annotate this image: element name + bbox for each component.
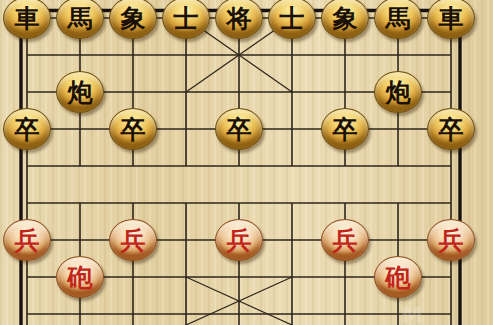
- board-point-e5[interactable]: [213, 185, 266, 222]
- board-point-a6[interactable]: 兵: [1, 222, 54, 259]
- piece-black-soldier[interactable]: 卒: [3, 108, 51, 150]
- piece-black-cannon[interactable]: 炮: [374, 71, 422, 113]
- board-point-e7[interactable]: [213, 259, 266, 296]
- board-point-h3[interactable]: [372, 111, 425, 148]
- board-point-g7[interactable]: [319, 259, 372, 296]
- board-point-b1[interactable]: [54, 37, 107, 74]
- board-point-e1[interactable]: [213, 37, 266, 74]
- board-point-c4[interactable]: [107, 148, 160, 185]
- board-point-c8[interactable]: [107, 296, 160, 325]
- board-point-f2[interactable]: [266, 74, 319, 111]
- board-point-d8[interactable]: [160, 296, 213, 325]
- board-point-h5[interactable]: [372, 185, 425, 222]
- board-point-e3[interactable]: 卒: [213, 111, 266, 148]
- board-point-f1[interactable]: [266, 37, 319, 74]
- piece-black-advisor[interactable]: 士: [162, 0, 210, 39]
- piece-black-soldier[interactable]: 卒: [109, 108, 157, 150]
- board-point-h7[interactable]: 砲: [372, 259, 425, 296]
- board-point-a7[interactable]: [1, 259, 54, 296]
- board-point-i2[interactable]: [425, 74, 478, 111]
- piece-red-soldier[interactable]: 兵: [321, 219, 369, 261]
- board-point-b5[interactable]: [54, 185, 107, 222]
- board-point-g4[interactable]: [319, 148, 372, 185]
- board-point-a2[interactable]: [1, 74, 54, 111]
- board-point-d1[interactable]: [160, 37, 213, 74]
- board-point-b7[interactable]: 砲: [54, 259, 107, 296]
- board-point-b0[interactable]: 馬: [54, 0, 107, 37]
- board-point-b3[interactable]: [54, 111, 107, 148]
- piece-black-soldier[interactable]: 卒: [321, 108, 369, 150]
- board-point-i8[interactable]: [425, 296, 478, 325]
- board-point-b6[interactable]: [54, 222, 107, 259]
- board-point-h6[interactable]: [372, 222, 425, 259]
- board-point-f5[interactable]: [266, 185, 319, 222]
- board-point-g2[interactable]: [319, 74, 372, 111]
- board-point-a1[interactable]: [1, 37, 54, 74]
- board-point-c0[interactable]: 象: [107, 0, 160, 37]
- piece-black-chariot[interactable]: 車: [427, 0, 475, 39]
- board-point-g8[interactable]: [319, 296, 372, 325]
- board-point-i1[interactable]: [425, 37, 478, 74]
- board-point-f8[interactable]: [266, 296, 319, 325]
- board-point-e4[interactable]: [213, 148, 266, 185]
- board-point-f3[interactable]: [266, 111, 319, 148]
- board-point-d5[interactable]: [160, 185, 213, 222]
- board-point-a4[interactable]: [1, 148, 54, 185]
- board-point-d0[interactable]: 士: [160, 0, 213, 37]
- board-point-a8[interactable]: [1, 296, 54, 325]
- piece-black-soldier[interactable]: 卒: [427, 108, 475, 150]
- board-point-g3[interactable]: 卒: [319, 111, 372, 148]
- board-point-i4[interactable]: [425, 148, 478, 185]
- board-point-c1[interactable]: [107, 37, 160, 74]
- board-point-c3[interactable]: 卒: [107, 111, 160, 148]
- board-point-g6[interactable]: 兵: [319, 222, 372, 259]
- board-point-a5[interactable]: [1, 185, 54, 222]
- board-point-f4[interactable]: [266, 148, 319, 185]
- piece-black-elephant[interactable]: 象: [321, 0, 369, 39]
- piece-red-soldier[interactable]: 兵: [215, 219, 263, 261]
- board-point-d7[interactable]: [160, 259, 213, 296]
- board-point-d6[interactable]: [160, 222, 213, 259]
- piece-black-elephant[interactable]: 象: [109, 0, 157, 39]
- board-point-g1[interactable]: [319, 37, 372, 74]
- board-point-c5[interactable]: [107, 185, 160, 222]
- board-point-g0[interactable]: 象: [319, 0, 372, 37]
- board-point-c6[interactable]: 兵: [107, 222, 160, 259]
- board-point-b4[interactable]: [54, 148, 107, 185]
- board-point-i3[interactable]: 卒: [425, 111, 478, 148]
- board-point-a3[interactable]: 卒: [1, 111, 54, 148]
- board-point-h4[interactable]: [372, 148, 425, 185]
- xiangqi-board: 車馬象士将士象馬車炮炮卒卒卒卒卒兵兵兵兵兵砲砲 M: [0, 0, 493, 325]
- piece-red-cannon[interactable]: 砲: [374, 256, 422, 298]
- board-point-h8[interactable]: [372, 296, 425, 325]
- piece-black-horse[interactable]: 馬: [56, 0, 104, 39]
- board-point-f7[interactable]: [266, 259, 319, 296]
- board-point-e8[interactable]: [213, 296, 266, 325]
- board-point-h1[interactable]: [372, 37, 425, 74]
- piece-black-chariot[interactable]: 車: [3, 0, 51, 39]
- board-point-b2[interactable]: 炮: [54, 74, 107, 111]
- board-point-d4[interactable]: [160, 148, 213, 185]
- board-point-c2[interactable]: [107, 74, 160, 111]
- board-point-f6[interactable]: [266, 222, 319, 259]
- board-point-c7[interactable]: [107, 259, 160, 296]
- board-point-f0[interactable]: 士: [266, 0, 319, 37]
- board-point-g5[interactable]: [319, 185, 372, 222]
- piece-black-horse[interactable]: 馬: [374, 0, 422, 39]
- piece-red-soldier[interactable]: 兵: [3, 219, 51, 261]
- board-point-i7[interactable]: [425, 259, 478, 296]
- board-point-i6[interactable]: 兵: [425, 222, 478, 259]
- piece-black-soldier[interactable]: 卒: [215, 108, 263, 150]
- board-point-i0[interactable]: 車: [425, 0, 478, 37]
- board-point-e0[interactable]: 将: [213, 0, 266, 37]
- piece-red-soldier[interactable]: 兵: [427, 219, 475, 261]
- board-point-e6[interactable]: 兵: [213, 222, 266, 259]
- piece-black-general[interactable]: 将: [215, 0, 263, 39]
- board-point-e2[interactable]: [213, 74, 266, 111]
- board-point-h2[interactable]: 炮: [372, 74, 425, 111]
- board-point-h0[interactable]: 馬: [372, 0, 425, 37]
- board-point-d2[interactable]: [160, 74, 213, 111]
- piece-black-advisor[interactable]: 士: [268, 0, 316, 39]
- board-point-d3[interactable]: [160, 111, 213, 148]
- board-grid: 車馬象士将士象馬車炮炮卒卒卒卒卒兵兵兵兵兵砲砲: [1, 0, 478, 325]
- piece-black-cannon[interactable]: 炮: [56, 71, 104, 113]
- board-point-b8[interactable]: [54, 296, 107, 325]
- board-point-a0[interactable]: 車: [1, 0, 54, 37]
- piece-red-cannon[interactable]: 砲: [56, 256, 104, 298]
- board-point-i5[interactable]: [425, 185, 478, 222]
- piece-red-soldier[interactable]: 兵: [109, 219, 157, 261]
